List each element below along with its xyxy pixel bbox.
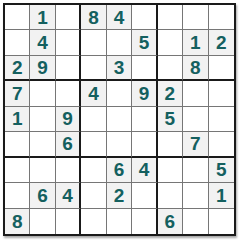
- sudoku-cell-r7c8[interactable]: [183, 158, 208, 183]
- sudoku-cell-r3c1: 2: [5, 56, 30, 81]
- sudoku-cell-r4c2[interactable]: [30, 81, 55, 106]
- sudoku-cell-r1c9[interactable]: [209, 5, 234, 30]
- sudoku-cell-r5c1: 1: [5, 107, 30, 132]
- sudoku-cell-r7c7[interactable]: [158, 158, 183, 183]
- sudoku-cell-r8c3: 4: [56, 183, 81, 208]
- sudoku-cell-r5c6[interactable]: [132, 107, 157, 132]
- sudoku-cell-r5c2[interactable]: [30, 107, 55, 132]
- sudoku-cell-r9c5[interactable]: [107, 209, 132, 234]
- sudoku-cell-r2c8: 1: [183, 30, 208, 55]
- sudoku-cell-r6c7[interactable]: [158, 132, 183, 157]
- sudoku-cell-r2c9: 2: [209, 30, 234, 55]
- sudoku-cell-r2c7[interactable]: [158, 30, 183, 55]
- sudoku-cell-r7c1[interactable]: [5, 158, 30, 183]
- sudoku-cell-r5c4[interactable]: [81, 107, 106, 132]
- sudoku-cell-r1c3[interactable]: [56, 5, 81, 30]
- sudoku-cell-r1c2: 1: [30, 5, 55, 30]
- sudoku-cell-r8c2: 6: [30, 183, 55, 208]
- sudoku-cell-r4c5[interactable]: [107, 81, 132, 106]
- sudoku-board: 18445122938749219567645642186: [3, 3, 236, 236]
- sudoku-cell-r1c1[interactable]: [5, 5, 30, 30]
- sudoku-cell-r6c8: 7: [183, 132, 208, 157]
- sudoku-cell-r9c6[interactable]: [132, 209, 157, 234]
- sudoku-cell-r6c9[interactable]: [209, 132, 234, 157]
- sudoku-cell-r7c4[interactable]: [81, 158, 106, 183]
- sudoku-cell-r6c2[interactable]: [30, 132, 55, 157]
- sudoku-cell-r3c6[interactable]: [132, 56, 157, 81]
- sudoku-cell-r7c3[interactable]: [56, 158, 81, 183]
- sudoku-cell-r8c9: 1: [209, 183, 234, 208]
- sudoku-cell-r5c9[interactable]: [209, 107, 234, 132]
- sudoku-cell-r6c3: 6: [56, 132, 81, 157]
- sudoku-cell-r9c1: 8: [5, 209, 30, 234]
- sudoku-cell-r4c1: 7: [5, 81, 30, 106]
- sudoku-cell-r7c5: 6: [107, 158, 132, 183]
- sudoku-cell-r9c2[interactable]: [30, 209, 55, 234]
- sudoku-cell-r6c5[interactable]: [107, 132, 132, 157]
- sudoku-cell-r2c2: 4: [30, 30, 55, 55]
- sudoku-cell-r7c2[interactable]: [30, 158, 55, 183]
- sudoku-cell-r4c7: 2: [158, 81, 183, 106]
- sudoku-cell-r3c5: 3: [107, 56, 132, 81]
- sudoku-cell-r4c8[interactable]: [183, 81, 208, 106]
- sudoku-cell-r9c9[interactable]: [209, 209, 234, 234]
- sudoku-cell-r1c7[interactable]: [158, 5, 183, 30]
- sudoku-cell-r5c8[interactable]: [183, 107, 208, 132]
- sudoku-cell-r1c4: 8: [81, 5, 106, 30]
- sudoku-cell-r8c6[interactable]: [132, 183, 157, 208]
- sudoku-cell-r4c4: 4: [81, 81, 106, 106]
- sudoku-cell-r5c3: 9: [56, 107, 81, 132]
- sudoku-cell-r4c6: 9: [132, 81, 157, 106]
- sudoku-cell-r8c7[interactable]: [158, 183, 183, 208]
- sudoku-cell-r1c8[interactable]: [183, 5, 208, 30]
- sudoku-cell-r3c8: 8: [183, 56, 208, 81]
- sudoku-cell-r5c5[interactable]: [107, 107, 132, 132]
- sudoku-cell-r7c9: 5: [209, 158, 234, 183]
- sudoku-cell-r3c9[interactable]: [209, 56, 234, 81]
- sudoku-cell-r4c3[interactable]: [56, 81, 81, 106]
- sudoku-cell-r8c8[interactable]: [183, 183, 208, 208]
- sudoku-cell-r6c6[interactable]: [132, 132, 157, 157]
- sudoku-cell-r8c1[interactable]: [5, 183, 30, 208]
- sudoku-cell-r9c4[interactable]: [81, 209, 106, 234]
- sudoku-cell-r4c9[interactable]: [209, 81, 234, 106]
- sudoku-cell-r1c5: 4: [107, 5, 132, 30]
- sudoku-cell-r3c4[interactable]: [81, 56, 106, 81]
- sudoku-cell-r9c3[interactable]: [56, 209, 81, 234]
- sudoku-cell-r2c1[interactable]: [5, 30, 30, 55]
- sudoku-cell-r5c7: 5: [158, 107, 183, 132]
- sudoku-cell-r2c6: 5: [132, 30, 157, 55]
- sudoku-cell-r8c5: 2: [107, 183, 132, 208]
- sudoku-cell-r6c1[interactable]: [5, 132, 30, 157]
- sudoku-cell-r7c6: 4: [132, 158, 157, 183]
- sudoku-cell-r9c7: 6: [158, 209, 183, 234]
- sudoku-cell-r3c2: 9: [30, 56, 55, 81]
- sudoku-cell-r3c7[interactable]: [158, 56, 183, 81]
- sudoku-cell-r9c8[interactable]: [183, 209, 208, 234]
- sudoku-cell-r3c3[interactable]: [56, 56, 81, 81]
- sudoku-cell-r8c4[interactable]: [81, 183, 106, 208]
- sudoku-cell-r1c6[interactable]: [132, 5, 157, 30]
- sudoku-cell-r2c4[interactable]: [81, 30, 106, 55]
- sudoku-cell-r6c4[interactable]: [81, 132, 106, 157]
- sudoku-cell-r2c3[interactable]: [56, 30, 81, 55]
- sudoku-cell-r2c5[interactable]: [107, 30, 132, 55]
